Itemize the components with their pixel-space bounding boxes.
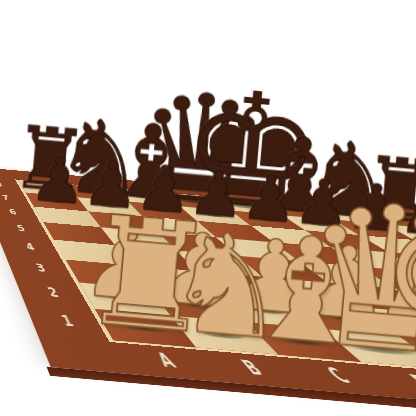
- board-3d: ♜♞♝♛♚♝♞♜♟♟♟♟♟♟♟♟♟♟♟♟♟♟♟♟♜♞♝♛♚♝♞♜ ABCDEFG…: [0, 166, 416, 416]
- black-pawn-glyph: ♟: [28, 152, 89, 208]
- camera-roll: ♜♞♝♛♚♝♞♜♟♟♟♟♟♟♟♟♟♟♟♟♟♟♟♟♜♞♝♛♚♝♞♜ ABCDEFG…: [0, 0, 416, 416]
- stage: ♜♞♝♛♚♝♞♜♟♟♟♟♟♟♟♟♟♟♟♟♟♟♟♟♜♞♝♛♚♝♞♜ ABCDEFG…: [0, 0, 416, 416]
- scene: ♜♞♝♛♚♝♞♜♟♟♟♟♟♟♟♟♟♟♟♟♟♟♟♟♜♞♝♛♚♝♞♜ ABCDEFG…: [0, 0, 416, 416]
